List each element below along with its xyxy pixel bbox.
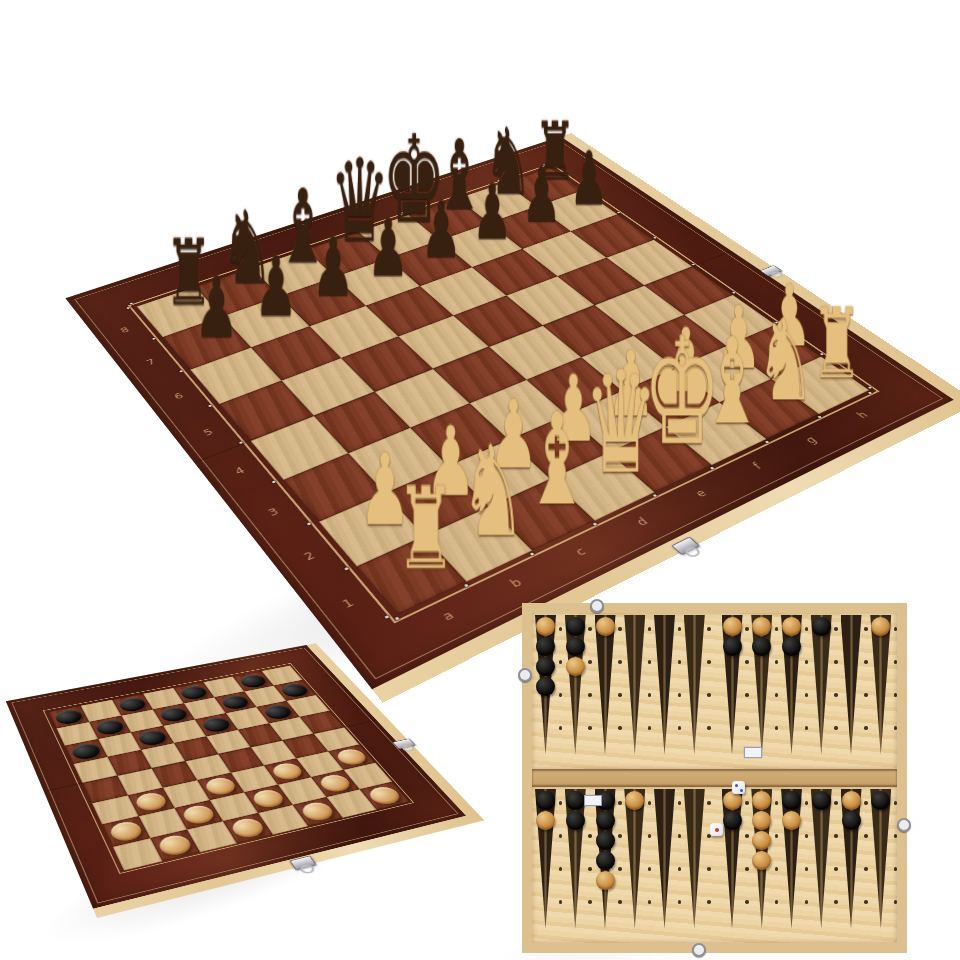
drilled-hole: [707, 801, 711, 805]
checkers-square[interactable]: [293, 797, 343, 826]
chess-piece-white-rook[interactable]: ♜: [389, 467, 463, 590]
checker-light[interactable]: [133, 791, 169, 813]
checkers-square[interactable]: [82, 776, 127, 804]
checker-light[interactable]: [317, 773, 354, 794]
drilled-hole: [894, 627, 898, 631]
checkers-square[interactable]: [102, 816, 150, 847]
drilled-hole: [864, 867, 868, 871]
backgammon-point[interactable]: [751, 615, 772, 755]
drilled-hole: [559, 834, 563, 838]
drilled-hole: [678, 726, 682, 730]
drilled-hole: [707, 660, 711, 664]
backgammon-point[interactable]: [595, 615, 616, 755]
drilled-hole: [678, 693, 682, 697]
backgammon-checker-black[interactable]: [536, 657, 555, 676]
backgammon-point[interactable]: [722, 789, 743, 929]
drilled-hole: [894, 834, 898, 838]
backgammon-point[interactable]: [841, 789, 862, 929]
backgammon-upper-panel: [532, 613, 897, 769]
backgammon-point[interactable]: [624, 789, 645, 929]
drilled-hole: [618, 867, 622, 871]
drilled-hole: [894, 726, 898, 730]
checker-black[interactable]: [117, 696, 148, 713]
drilled-hole: [618, 900, 622, 904]
checkers-square[interactable]: [128, 788, 175, 817]
drilled-hole: [864, 627, 868, 631]
drilled-hole: [648, 627, 652, 631]
drilled-hole: [618, 834, 622, 838]
checkers-square[interactable]: [223, 813, 273, 843]
checker-black[interactable]: [70, 742, 103, 761]
drilled-hole: [775, 801, 779, 805]
backgammon-point[interactable]: [624, 615, 645, 755]
checkers-square[interactable]: [150, 830, 200, 862]
drilled-hole: [805, 726, 809, 730]
drilled-hole: [559, 900, 563, 904]
checkers-square[interactable]: [311, 770, 360, 797]
backgammon-checker-tan[interactable]: [752, 831, 771, 850]
drilled-hole: [864, 801, 868, 805]
checkers-square[interactable]: [163, 780, 210, 808]
checker-black[interactable]: [53, 708, 84, 726]
drilled-hole: [775, 900, 779, 904]
checker-black[interactable]: [158, 706, 190, 723]
drilled-hole: [834, 867, 838, 871]
backgammon-checker-black[interactable]: [596, 831, 615, 850]
drilled-hole: [588, 693, 592, 697]
die-pip: [740, 789, 743, 792]
drilled-hole: [745, 900, 749, 904]
drilled-hole: [834, 627, 838, 631]
die-pip: [735, 784, 738, 787]
drilled-hole: [678, 627, 682, 631]
backgammon-clasp-top[interactable]: [590, 599, 604, 613]
checker-black[interactable]: [237, 673, 269, 689]
backgammon-case[interactable]: [522, 603, 907, 953]
checkers-square[interactable]: [278, 777, 327, 805]
drilled-hole: [648, 660, 652, 664]
checkers-square[interactable]: [258, 805, 308, 835]
drilled-hole: [745, 726, 749, 730]
drilled-hole: [894, 693, 898, 697]
checker-black[interactable]: [200, 716, 233, 734]
checker-light[interactable]: [365, 785, 404, 807]
backgammon-checker-tan[interactable]: [596, 617, 615, 636]
checkers-square[interactable]: [360, 782, 410, 810]
drilled-hole: [588, 726, 592, 730]
drilled-hole: [678, 801, 682, 805]
drilled-hole: [707, 900, 711, 904]
checkers-square[interactable]: [344, 763, 393, 790]
chess-latch-bottom[interactable]: [671, 537, 700, 556]
checker-light[interactable]: [203, 776, 239, 797]
drilled-hole: [775, 693, 779, 697]
backgammon-checker-black[interactable]: [596, 811, 615, 830]
label-sticker: [584, 795, 602, 806]
chess-piece-white-queen[interactable]: ♛: [583, 348, 652, 500]
drilled-hole: [745, 660, 749, 664]
backgammon-checker-black[interactable]: [723, 637, 742, 656]
checkers-square[interactable]: [185, 754, 231, 780]
backgammon-clasp-right[interactable]: [897, 818, 911, 832]
drilled-hole: [864, 900, 868, 904]
backgammon-point[interactable]: [870, 615, 891, 755]
checker-black[interactable]: [94, 718, 126, 736]
drilled-hole: [559, 726, 563, 730]
die-pip: [715, 828, 719, 832]
checker-light[interactable]: [298, 800, 337, 823]
checkers-square[interactable]: [197, 773, 244, 800]
backgammon-hinge-bar: [532, 769, 897, 787]
backgammon-point[interactable]: [722, 615, 743, 755]
backgammon-point[interactable]: [684, 615, 705, 755]
checkers-discs-layer: [49, 665, 410, 870]
checkers-square[interactable]: [264, 758, 311, 784]
backgammon-checker-black[interactable]: [812, 617, 831, 636]
drilled-hole: [864, 693, 868, 697]
backgammon-checker-tan[interactable]: [536, 617, 555, 636]
drilled-hole: [588, 834, 592, 838]
drilled-hole: [707, 627, 711, 631]
backgammon-point[interactable]: [781, 615, 802, 755]
backgammon-checker-black[interactable]: [782, 791, 801, 810]
checker-light[interactable]: [156, 833, 194, 857]
drilled-hole: [775, 726, 779, 730]
drilled-hole: [834, 726, 838, 730]
checker-light[interactable]: [229, 816, 268, 839]
drilled-hole: [805, 660, 809, 664]
drilled-hole: [775, 660, 779, 664]
backgammon-checker-black[interactable]: [566, 811, 585, 830]
drilled-hole: [894, 900, 898, 904]
checker-black[interactable]: [278, 682, 311, 698]
backgammon-clasp-bottom[interactable]: [692, 943, 706, 957]
drilled-hole: [559, 627, 563, 631]
backgammon-checker-black[interactable]: [782, 637, 801, 656]
drilled-hole: [678, 900, 682, 904]
backgammon-point[interactable]: [565, 789, 586, 929]
backgammon-checker-tan[interactable]: [596, 871, 615, 890]
drilled-hole: [894, 867, 898, 871]
checkers-square[interactable]: [210, 792, 258, 821]
drilled-hole: [745, 693, 749, 697]
drilled-hole: [745, 627, 749, 631]
backgammon-checker-black[interactable]: [566, 791, 585, 810]
backgammon-point[interactable]: [870, 789, 891, 929]
backgammon-checker-tan[interactable]: [782, 811, 801, 830]
drilled-hole: [678, 867, 682, 871]
drilled-hole: [707, 867, 711, 871]
die[interactable]: [710, 823, 723, 836]
drilled-hole: [588, 900, 592, 904]
backgammon-checker-tan[interactable]: [536, 811, 555, 830]
drilled-hole: [618, 801, 622, 805]
backgammon-checker-black[interactable]: [842, 811, 861, 830]
checkers-square[interactable]: [113, 838, 163, 870]
checker-light[interactable]: [269, 761, 305, 781]
backgammon-checker-black[interactable]: [723, 811, 742, 830]
checkers-square[interactable]: [73, 757, 117, 783]
drilled-hole: [834, 900, 838, 904]
backgammon-point[interactable]: [565, 615, 586, 755]
drilled-hole: [894, 801, 898, 805]
drilled-hole: [588, 627, 592, 631]
drilled-hole: [834, 801, 838, 805]
chess-piece-white-knight[interactable]: ♞: [457, 424, 529, 559]
drilled-hole: [864, 726, 868, 730]
checker-light[interactable]: [180, 803, 217, 826]
checker-light[interactable]: [250, 788, 287, 810]
chess-piece-black-pawn[interactable]: ♟: [186, 263, 247, 353]
backgammon-lower-panel: [532, 787, 897, 943]
checker-light[interactable]: [333, 747, 369, 767]
chess-piece-white-bishop[interactable]: ♝: [522, 391, 593, 528]
backgammon-point[interactable]: [811, 789, 832, 929]
checker-black[interactable]: [219, 694, 251, 711]
drilled-hole: [805, 900, 809, 904]
checkers-square[interactable]: [244, 785, 292, 813]
drilled-hole: [588, 867, 592, 871]
drilled-hole: [864, 660, 868, 664]
die[interactable]: [732, 781, 745, 794]
backgammon-checker-black[interactable]: [566, 617, 585, 636]
backgammon-checker-black[interactable]: [536, 677, 555, 696]
checkers-square[interactable]: [326, 789, 376, 818]
backgammon-checker-black[interactable]: [536, 791, 555, 810]
backgammon-checker-tan[interactable]: [723, 617, 742, 636]
backgammon-checker-black[interactable]: [536, 637, 555, 656]
checkers-square[interactable]: [187, 821, 237, 852]
checkers-square[interactable]: [231, 765, 278, 792]
checker-light[interactable]: [108, 820, 145, 844]
drilled-hole: [707, 726, 711, 730]
drilled-hole: [745, 834, 749, 838]
drilled-hole: [648, 834, 652, 838]
checker-black[interactable]: [178, 684, 210, 700]
drilled-hole: [745, 801, 749, 805]
drilled-hole: [648, 867, 652, 871]
label-sticker: [744, 747, 762, 758]
drilled-hole: [648, 801, 652, 805]
drilled-hole: [805, 693, 809, 697]
checkers-square[interactable]: [139, 808, 187, 838]
drilled-hole: [618, 693, 622, 697]
drilled-hole: [834, 834, 838, 838]
drilled-hole: [588, 660, 592, 664]
drilled-hole: [707, 693, 711, 697]
backgammon-point[interactable]: [811, 615, 832, 755]
backgammon-checker-tan[interactable]: [842, 791, 861, 810]
checker-black[interactable]: [136, 728, 169, 747]
backgammon-point[interactable]: [841, 615, 862, 755]
drilled-hole: [559, 801, 563, 805]
drilled-hole: [864, 834, 868, 838]
backgammon-point[interactable]: [535, 789, 556, 929]
drilled-hole: [678, 834, 682, 838]
drilled-hole: [648, 693, 652, 697]
backgammon-point[interactable]: [654, 615, 675, 755]
drilled-hole: [648, 900, 652, 904]
backgammon-checker-tan[interactable]: [752, 851, 771, 870]
drilled-hole: [559, 693, 563, 697]
drilled-hole: [775, 627, 779, 631]
backgammon-checker-black[interactable]: [566, 637, 585, 656]
backgammon-point[interactable]: [781, 789, 802, 929]
drilled-hole: [775, 834, 779, 838]
drilled-hole: [618, 726, 622, 730]
checkers-square[interactable]: [92, 795, 139, 824]
drilled-hole: [618, 660, 622, 664]
checkers-square[interactable]: [117, 768, 162, 795]
drilled-hole: [805, 834, 809, 838]
backgammon-point[interactable]: [684, 789, 705, 929]
checkers-square[interactable]: [175, 800, 223, 829]
backgammon-checker-black[interactable]: [596, 851, 615, 870]
drilled-hole: [834, 693, 838, 697]
drilled-hole: [834, 660, 838, 664]
checkers-square[interactable]: [152, 761, 198, 788]
checker-black[interactable]: [261, 703, 294, 720]
drilled-hole: [559, 867, 563, 871]
drilled-hole: [775, 867, 779, 871]
drilled-hole: [805, 801, 809, 805]
backgammon-point[interactable]: [654, 789, 675, 929]
drilled-hole: [805, 627, 809, 631]
drilled-hole: [648, 726, 652, 730]
drilled-hole: [894, 660, 898, 664]
drilled-hole: [805, 867, 809, 871]
drilled-hole: [618, 627, 622, 631]
backgammon-checker-black[interactable]: [812, 791, 831, 810]
backgammon-clasp-left[interactable]: [518, 668, 532, 682]
backgammon-checker-tan[interactable]: [782, 617, 801, 636]
drilled-hole: [678, 660, 682, 664]
drilled-hole: [745, 867, 749, 871]
drilled-hole: [559, 660, 563, 664]
backgammon-checker-tan[interactable]: [566, 657, 585, 676]
